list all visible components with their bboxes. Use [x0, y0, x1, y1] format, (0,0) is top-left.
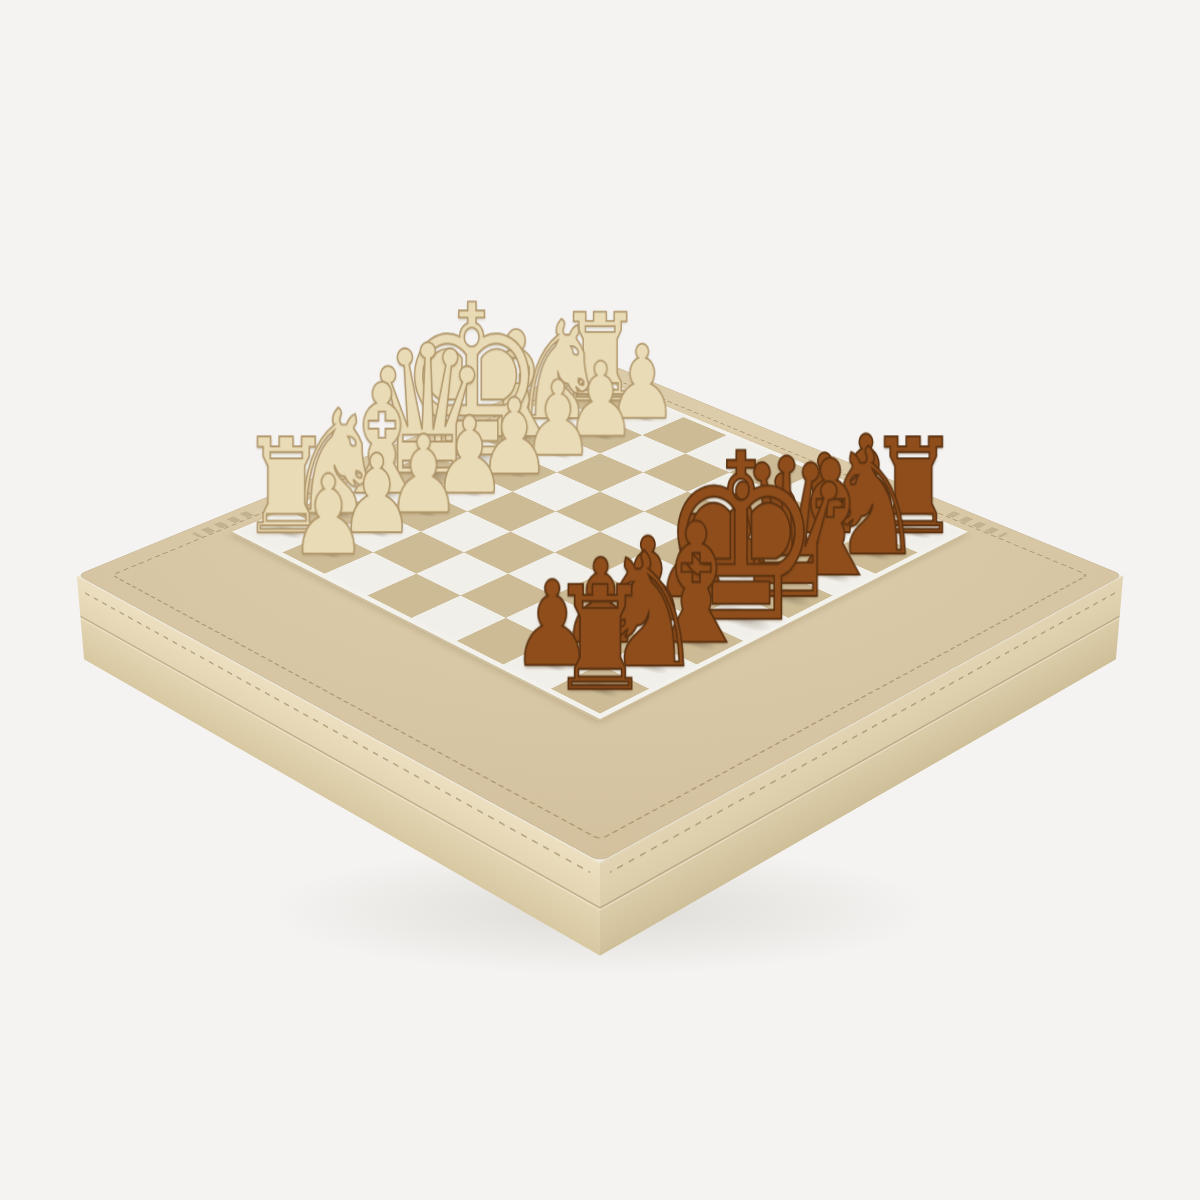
chess-box: ♜♞♝♛♚♝♞♜♟♟♟♟♟♟♟♟♟♟♟♟♟♟♟♟♜♞♝♚♛♝♞♜ — [77, 360, 1124, 862]
product-photo-stage: ♜♞♝♛♚♝♞♜♟♟♟♟♟♟♟♟♟♟♟♟♟♟♟♟♜♞♝♚♛♝♞♜ — [0, 0, 1200, 1200]
